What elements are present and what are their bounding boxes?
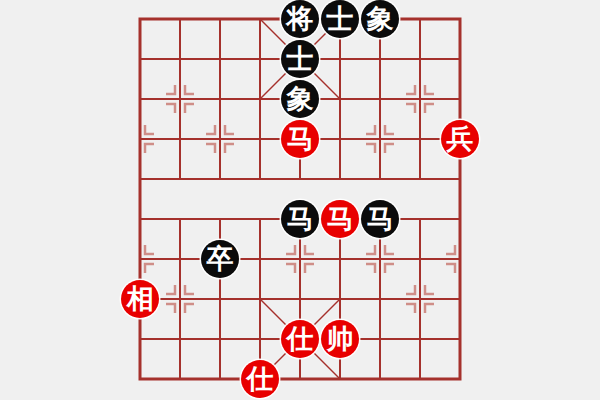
black-horse-label: 马 [287,205,314,232]
red-horse-label: 马 [287,125,314,152]
black-general[interactable]: 将 [281,0,319,38]
red-horse[interactable]: 马 [281,120,319,158]
black-advisor-label: 士 [287,45,314,72]
red-advisor-label: 仕 [287,325,314,352]
red-advisor[interactable]: 仕 [281,320,319,358]
xiangqi-app: 将士象士象马兵马马马卒相仕帅仕 [0,0,600,400]
black-elephant-label: 象 [367,5,394,32]
red-general-label: 帅 [327,325,354,352]
red-advisor-label: 仕 [247,365,274,392]
red-horse-label: 马 [327,205,354,232]
red-horse[interactable]: 马 [321,200,359,238]
red-pawn[interactable]: 兵 [441,120,479,158]
black-horse-label: 马 [367,205,394,232]
black-general-label: 将 [287,5,314,32]
red-general[interactable]: 帅 [321,320,359,358]
black-elephant-label: 象 [287,85,314,112]
black-pawn-label: 卒 [207,245,234,272]
black-pawn[interactable]: 卒 [201,240,239,278]
red-elephant-label: 相 [127,285,154,312]
black-advisor-label: 士 [327,5,354,32]
black-horse[interactable]: 马 [281,200,319,238]
black-advisor[interactable]: 士 [321,0,359,38]
black-advisor[interactable]: 士 [281,40,319,78]
red-elephant[interactable]: 相 [121,280,159,318]
red-advisor[interactable]: 仕 [241,360,279,398]
black-horse[interactable]: 马 [361,200,399,238]
xiangqi-board[interactable]: 将士象士象马兵马马马卒相仕帅仕 [120,0,480,399]
black-elephant[interactable]: 象 [361,0,399,38]
red-pawn-label: 兵 [447,125,474,152]
black-elephant[interactable]: 象 [281,80,319,118]
